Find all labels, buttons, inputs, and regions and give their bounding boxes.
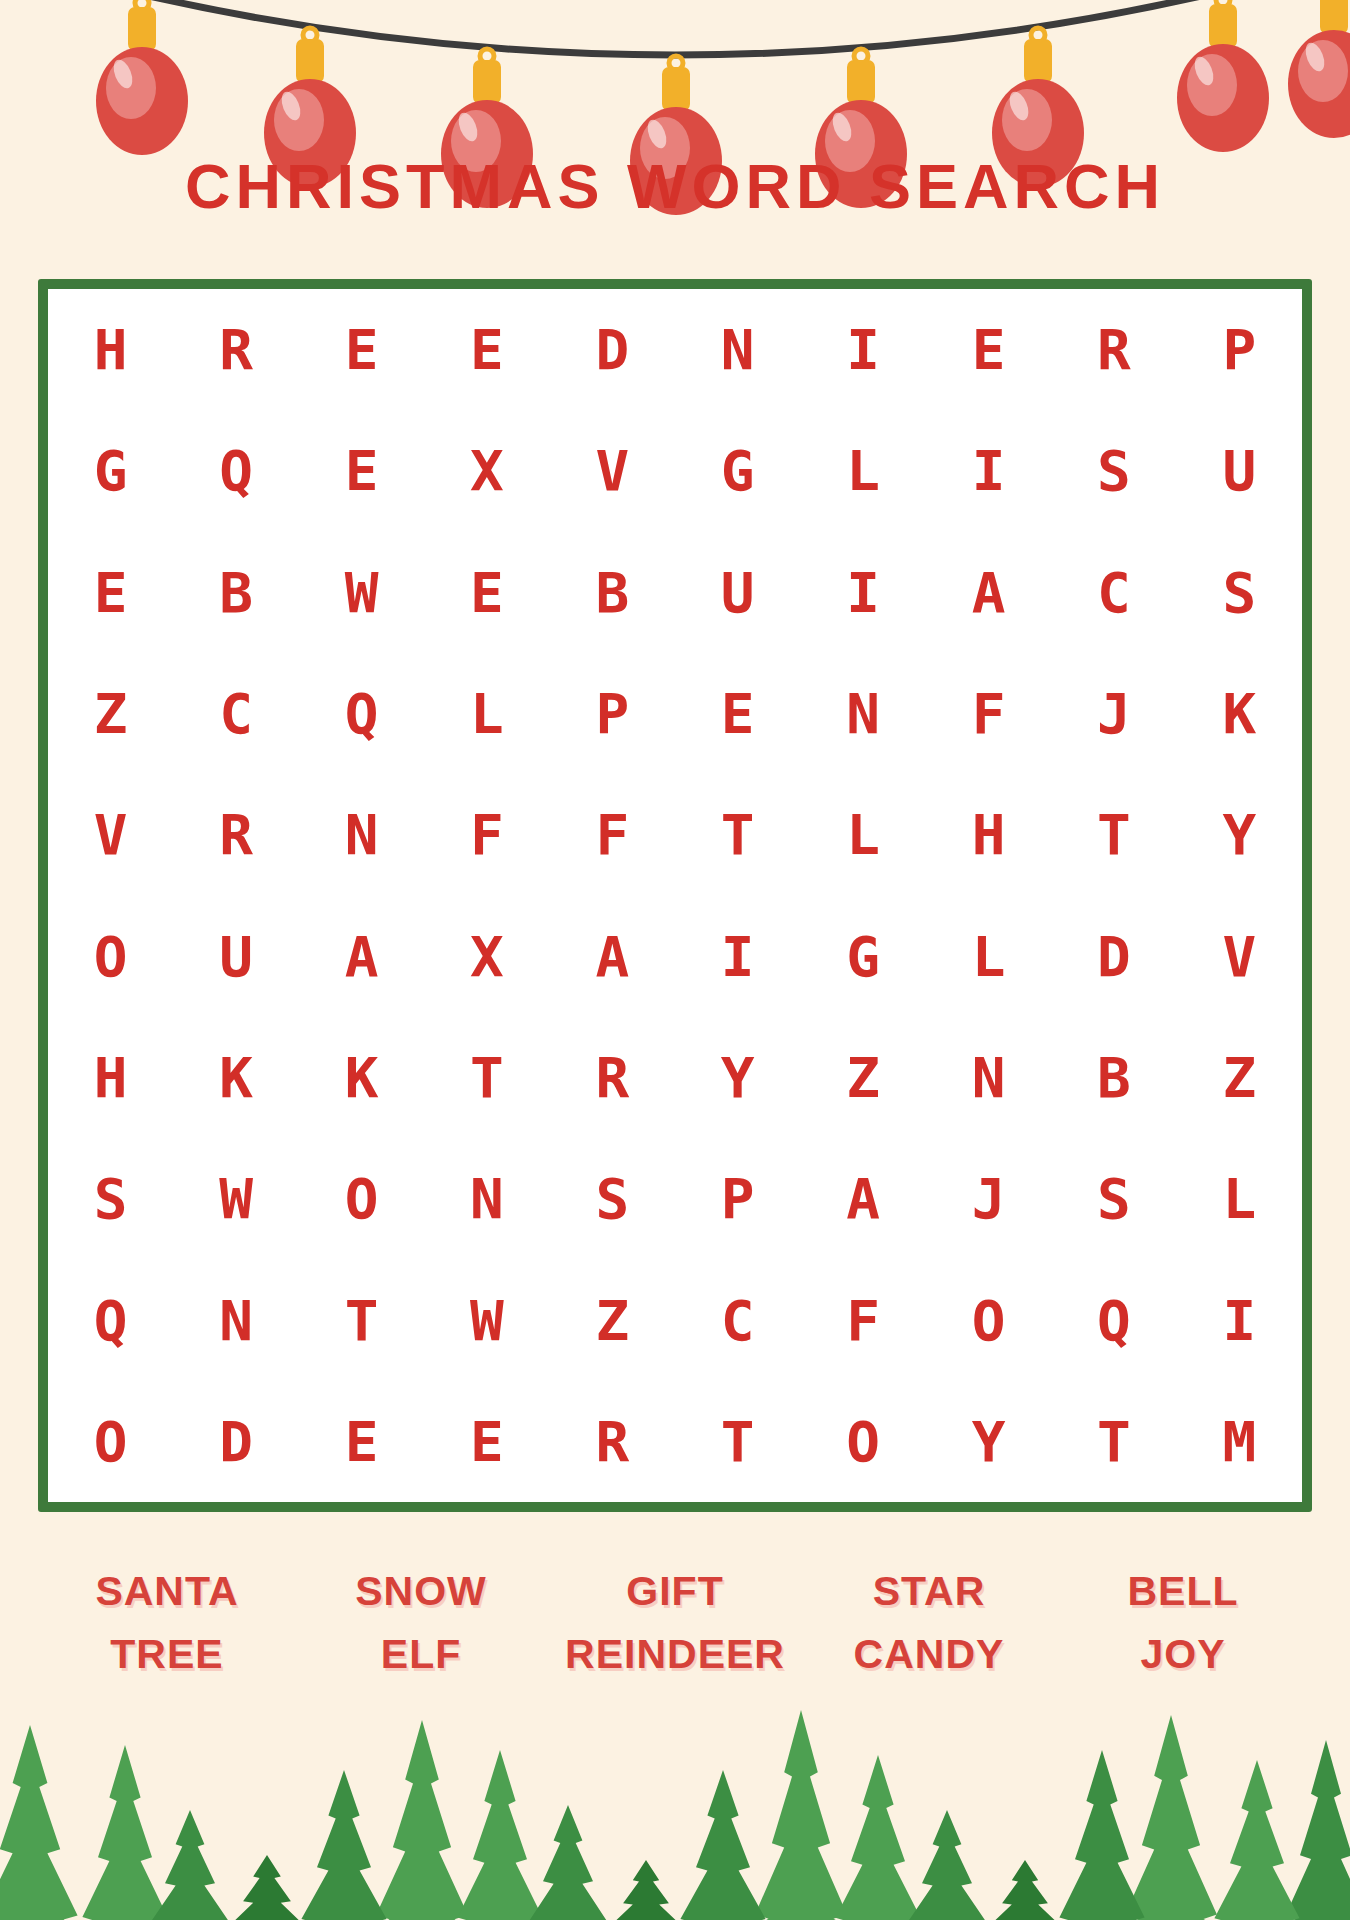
grid-cell-r10c7[interactable]: O xyxy=(800,1381,925,1502)
grid-cell-r5c4[interactable]: F xyxy=(424,774,549,895)
grid-cell-r10c5[interactable]: R xyxy=(550,1381,675,1502)
grid-cell-r10c6[interactable]: T xyxy=(675,1381,800,1502)
word-search-worksheet: CHRISTMAS WORD SEARCH HREEDNIERPGQEXVGLI… xyxy=(0,0,1350,1920)
grid-cell-r8c5[interactable]: S xyxy=(550,1138,675,1259)
word-list-item-candy[interactable]: CANDY xyxy=(802,1631,1056,1678)
grid-cell-r2c9[interactable]: S xyxy=(1051,410,1176,531)
word-list-item-reindeer[interactable]: REINDEER xyxy=(548,1631,802,1678)
word-list-item-joy[interactable]: JOY xyxy=(1056,1631,1310,1678)
grid-cell-r6c1[interactable]: O xyxy=(48,896,173,1017)
grid-cell-r4c3[interactable]: Q xyxy=(299,653,424,774)
grid-cell-r7c2[interactable]: K xyxy=(173,1017,298,1138)
pine-tree-icon xyxy=(1115,1715,1227,1920)
pine-tree-icon xyxy=(602,1860,690,1920)
word-list-item-santa[interactable]: SANTA xyxy=(40,1568,294,1615)
grid-cell-r3c9[interactable]: C xyxy=(1051,532,1176,653)
pine-tree-icon xyxy=(981,1860,1069,1920)
grid-cell-r9c10[interactable]: I xyxy=(1177,1259,1302,1380)
grid-cell-r5c8[interactable]: H xyxy=(926,774,1051,895)
word-list-item-star[interactable]: STAR xyxy=(802,1568,1056,1615)
pine-tree-icon xyxy=(0,1725,88,1920)
grid-cell-r2c8[interactable]: I xyxy=(926,410,1051,531)
grid-cell-r2c4[interactable]: X xyxy=(424,410,549,531)
grid-cell-r4c10[interactable]: K xyxy=(1177,653,1302,774)
grid-cell-r1c4[interactable]: E xyxy=(424,289,549,410)
grid-cell-r3c6[interactable]: U xyxy=(675,532,800,653)
grid-cell-r1c5[interactable]: D xyxy=(550,289,675,410)
grid-cell-r6c2[interactable]: U xyxy=(173,896,298,1017)
grid-cell-r8c2[interactable]: W xyxy=(173,1138,298,1259)
pine-tree-icon xyxy=(671,1770,775,1920)
bauble-ornament-icon xyxy=(96,0,188,155)
pine-tree-icon xyxy=(899,1810,995,1920)
grid-cell-r8c1[interactable]: S xyxy=(48,1138,173,1259)
grid-cell-r7c4[interactable]: T xyxy=(424,1017,549,1138)
word-list-item-snow[interactable]: SNOW xyxy=(294,1568,548,1615)
grid-cell-r8c7[interactable]: A xyxy=(800,1138,925,1259)
grid-cell-r10c1[interactable]: O xyxy=(48,1381,173,1502)
grid-cell-r2c7[interactable]: L xyxy=(800,410,925,531)
grid-cell-r1c6[interactable]: N xyxy=(675,289,800,410)
grid-cell-r6c5[interactable]: A xyxy=(550,896,675,1017)
grid-cell-r9c7[interactable]: F xyxy=(800,1259,925,1380)
grid-cell-r8c3[interactable]: O xyxy=(299,1138,424,1259)
page-title: CHRISTMAS WORD SEARCH xyxy=(0,150,1350,222)
grid-cell-r3c8[interactable]: A xyxy=(926,532,1051,653)
grid-cell-r4c8[interactable]: F xyxy=(926,653,1051,774)
grid-cell-r3c5[interactable]: B xyxy=(550,532,675,653)
grid-cell-r7c9[interactable]: B xyxy=(1051,1017,1176,1138)
word-list: SANTASNOWGIFTSTARBELLTREEELFREINDEERCAND… xyxy=(40,1568,1310,1678)
grid-cell-r7c5[interactable]: R xyxy=(550,1017,675,1138)
grid-cell-r5c1[interactable]: V xyxy=(48,774,173,895)
grid-cell-r7c3[interactable]: K xyxy=(299,1017,424,1138)
grid-cell-r4c1[interactable]: Z xyxy=(48,653,173,774)
grid-cell-r5c3[interactable]: N xyxy=(299,774,424,895)
grid-cell-r10c3[interactable]: E xyxy=(299,1381,424,1502)
grid-cell-r2c1[interactable]: G xyxy=(48,410,173,531)
grid-cell-r3c1[interactable]: E xyxy=(48,532,173,653)
pine-tree-icon xyxy=(292,1770,396,1920)
grid-cell-r1c1[interactable]: H xyxy=(48,289,173,410)
grid-cell-r7c7[interactable]: Z xyxy=(800,1017,925,1138)
grid-cell-r1c9[interactable]: R xyxy=(1051,289,1176,410)
grid-cell-r3c7[interactable]: I xyxy=(800,532,925,653)
grid-cell-r10c2[interactable]: D xyxy=(173,1381,298,1502)
grid-cell-r2c2[interactable]: Q xyxy=(173,410,298,531)
grid-cell-r1c10[interactable]: P xyxy=(1177,289,1302,410)
grid-cell-r9c8[interactable]: O xyxy=(926,1259,1051,1380)
bauble-ornament-icon xyxy=(1288,0,1350,138)
grid-cell-r4c5[interactable]: P xyxy=(550,653,675,774)
grid-cell-r9c2[interactable]: N xyxy=(173,1259,298,1380)
grid-cell-r7c8[interactable]: N xyxy=(926,1017,1051,1138)
word-list-item-gift[interactable]: GIFT xyxy=(548,1568,802,1615)
grid-cell-r7c10[interactable]: Z xyxy=(1177,1017,1302,1138)
pine-tree-forest-icon xyxy=(0,1690,1350,1920)
grid-cell-r7c6[interactable]: Y xyxy=(675,1017,800,1138)
grid-cell-r2c3[interactable]: E xyxy=(299,410,424,531)
grid-cell-r6c7[interactable]: G xyxy=(800,896,925,1017)
grid-cell-r10c8[interactable]: Y xyxy=(926,1381,1051,1502)
letter-grid: HREEDNIERPGQEXVGLISUEBWEBUIACSZCQLPENFJK… xyxy=(48,289,1302,1502)
grid-cell-r4c6[interactable]: E xyxy=(675,653,800,774)
grid-cell-r2c5[interactable]: V xyxy=(550,410,675,531)
grid-cell-r3c10[interactable]: S xyxy=(1177,532,1302,653)
grid-cell-r6c9[interactable]: D xyxy=(1051,896,1176,1017)
pine-tree-icon xyxy=(745,1710,857,1920)
grid-cell-r6c10[interactable]: V xyxy=(1177,896,1302,1017)
grid-cell-r6c8[interactable]: L xyxy=(926,896,1051,1017)
grid-cell-r2c6[interactable]: G xyxy=(675,410,800,531)
word-list-item-elf[interactable]: ELF xyxy=(294,1631,548,1678)
grid-cell-r9c5[interactable]: Z xyxy=(550,1259,675,1380)
grid-cell-r5c2[interactable]: R xyxy=(173,774,298,895)
pine-tree-icon xyxy=(221,1855,313,1920)
grid-cell-r4c7[interactable]: N xyxy=(800,653,925,774)
grid-cell-r1c3[interactable]: E xyxy=(299,289,424,410)
grid-cell-r1c8[interactable]: E xyxy=(926,289,1051,410)
grid-cell-r4c4[interactable]: L xyxy=(424,653,549,774)
grid-cell-r9c4[interactable]: W xyxy=(424,1259,549,1380)
grid-cell-r8c9[interactable]: S xyxy=(1051,1138,1176,1259)
grid-cell-r9c9[interactable]: Q xyxy=(1051,1259,1176,1380)
word-list-item-bell[interactable]: BELL xyxy=(1056,1568,1310,1615)
grid-cell-r7c1[interactable]: H xyxy=(48,1017,173,1138)
grid-cell-r10c10[interactable]: M xyxy=(1177,1381,1302,1502)
grid-cell-r4c2[interactable]: C xyxy=(173,653,298,774)
word-list-item-tree[interactable]: TREE xyxy=(40,1631,294,1678)
grid-cell-r8c6[interactable]: P xyxy=(675,1138,800,1259)
pine-tree-icon xyxy=(1205,1760,1309,1920)
grid-cell-r9c1[interactable]: Q xyxy=(48,1259,173,1380)
grid-cell-r5c5[interactable]: F xyxy=(550,774,675,895)
pine-tree-icon xyxy=(1276,1740,1350,1920)
grid-cell-r9c3[interactable]: T xyxy=(299,1259,424,1380)
grid-cell-r6c4[interactable]: X xyxy=(424,896,549,1017)
grid-cell-r8c10[interactable]: L xyxy=(1177,1138,1302,1259)
grid-cell-r10c9[interactable]: T xyxy=(1051,1381,1176,1502)
grid-cell-r1c7[interactable]: I xyxy=(800,289,925,410)
pine-tree-icon xyxy=(366,1720,478,1920)
grid-cell-r6c3[interactable]: A xyxy=(299,896,424,1017)
grid-cell-r10c4[interactable]: E xyxy=(424,1381,549,1502)
grid-cell-r3c4[interactable]: E xyxy=(424,532,549,653)
grid-cell-r3c2[interactable]: B xyxy=(173,532,298,653)
grid-cell-r2c10[interactable]: U xyxy=(1177,410,1302,531)
bauble-ornament-icon xyxy=(1177,0,1269,152)
grid-cell-r8c4[interactable]: N xyxy=(424,1138,549,1259)
grid-cell-r4c9[interactable]: J xyxy=(1051,653,1176,774)
grid-cell-r6c6[interactable]: I xyxy=(675,896,800,1017)
pine-tree-icon xyxy=(448,1750,552,1920)
grid-cell-r5c6[interactable]: T xyxy=(675,774,800,895)
grid-cell-r9c6[interactable]: C xyxy=(675,1259,800,1380)
pine-tree-icon xyxy=(826,1755,930,1920)
pine-tree-icon xyxy=(73,1745,177,1920)
grid-cell-r1c2[interactable]: R xyxy=(173,289,298,410)
word-search-grid: HREEDNIERPGQEXVGLISUEBWEBUIACSZCQLPENFJK… xyxy=(38,279,1312,1512)
grid-cell-r5c10[interactable]: Y xyxy=(1177,774,1302,895)
grid-cell-r8c8[interactable]: J xyxy=(926,1138,1051,1259)
grid-cell-r5c7[interactable]: L xyxy=(800,774,925,895)
grid-cell-r3c3[interactable]: W xyxy=(299,532,424,653)
grid-cell-r5c9[interactable]: T xyxy=(1051,774,1176,895)
